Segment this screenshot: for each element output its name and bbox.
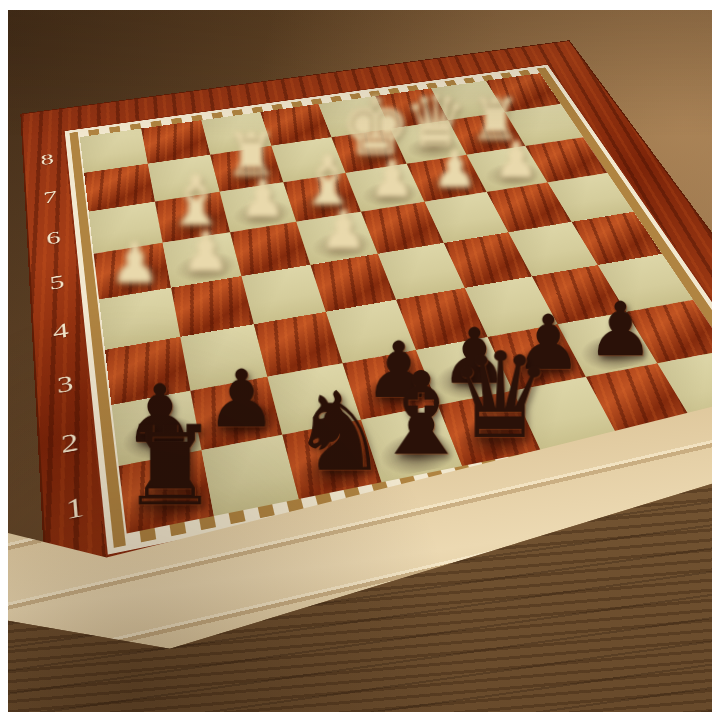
piece-white-pawn-e6: ♟ xyxy=(369,154,415,205)
square-e8 xyxy=(318,96,390,137)
square-d3 xyxy=(326,300,416,364)
square-e6: ♟ xyxy=(346,164,425,212)
piece-shadow xyxy=(100,257,172,296)
square-c8 xyxy=(201,112,271,155)
piece-white-pawn-b5: ♟ xyxy=(181,224,230,279)
piece-white-bishop-d6: ♝ xyxy=(298,147,359,215)
square-c4 xyxy=(241,265,325,324)
square-d4 xyxy=(310,254,396,312)
square-f3 xyxy=(465,276,558,337)
square-a6 xyxy=(89,202,163,254)
piece-shadow xyxy=(126,471,215,529)
piece-shadow xyxy=(416,167,487,200)
square-h2 xyxy=(626,300,712,364)
square-d7 xyxy=(271,137,345,182)
piece-shadow xyxy=(477,158,548,190)
piece-white-rook-c7: ♜ xyxy=(224,126,277,186)
square-h7 xyxy=(505,104,583,146)
rank-label-2: 2 xyxy=(45,409,97,479)
square-a8 xyxy=(80,129,148,173)
square-b3 xyxy=(180,324,267,391)
piece-shadow xyxy=(340,140,408,171)
rank-label-6: 6 xyxy=(33,214,75,263)
square-g8 xyxy=(431,81,505,121)
square-e3 xyxy=(396,288,488,350)
square-f7: ♛ xyxy=(390,120,466,163)
piece-black-pawn-g2: ♟ xyxy=(587,293,654,368)
square-a7 xyxy=(84,164,155,212)
square-g5 xyxy=(487,182,572,232)
square-b7 xyxy=(148,155,220,202)
square-g4 xyxy=(508,222,597,276)
chess-set-photo: ♜♚♛♜♝♟♝♟♟♟♟♟♟♟♟♟♟♟♟♜♞♝♛ ABCDEFGH 8765432… xyxy=(8,10,712,712)
square-f6: ♟ xyxy=(407,155,487,202)
square-f5 xyxy=(425,192,509,243)
piece-black-queen-e1: ♛ xyxy=(447,336,554,455)
square-a1: ♜ xyxy=(119,450,214,533)
rank-label-8: 8 xyxy=(28,139,67,180)
square-c2 xyxy=(267,363,361,435)
piece-black-pawn-b2: ♟ xyxy=(206,360,277,440)
square-f8 xyxy=(375,88,448,128)
piece-black-pawn-a2: ♟ xyxy=(124,374,196,455)
piece-shadow xyxy=(500,341,586,387)
square-d2: ♟ xyxy=(343,350,438,420)
square-c7: ♜ xyxy=(210,146,283,192)
square-c5 xyxy=(230,222,310,276)
piece-shadow xyxy=(399,132,467,162)
square-f2: ♟ xyxy=(488,324,586,391)
square-h3 xyxy=(598,254,693,312)
piece-white-pawn-c6: ♟ xyxy=(239,173,286,225)
square-c1: ♞ xyxy=(282,420,381,499)
piece-white-pawn-d5: ♟ xyxy=(319,203,367,257)
piece-shadow xyxy=(293,440,383,495)
square-d5: ♟ xyxy=(296,212,377,265)
piece-shadow xyxy=(353,368,438,417)
piece-black-pawn-d2: ♟ xyxy=(364,332,434,410)
piece-black-pawn-f2: ♟ xyxy=(514,305,582,381)
piece-white-pawn-f6: ♟ xyxy=(432,144,477,195)
piece-shadow xyxy=(199,396,283,447)
square-g6: ♟ xyxy=(467,146,548,192)
square-h5 xyxy=(548,173,634,222)
square-a4 xyxy=(99,288,180,350)
piece-white-rook-g7: ♜ xyxy=(470,91,521,148)
square-h4 xyxy=(572,212,662,265)
piece-shadow xyxy=(170,247,243,286)
piece-white-bishop-b6: ♝ xyxy=(165,166,227,235)
rank-labels: 87654321 xyxy=(28,139,103,548)
square-b2: ♟ xyxy=(190,377,282,450)
piece-shadow xyxy=(291,186,361,220)
piece-white-pawn-a5: ♟ xyxy=(110,236,160,292)
square-f4 xyxy=(444,232,532,288)
square-a3 xyxy=(105,337,190,405)
square-b8 xyxy=(141,120,210,163)
square-c6: ♟ xyxy=(220,182,297,232)
rank-label-1: 1 xyxy=(48,470,103,548)
square-e4 xyxy=(378,243,465,300)
square-c3 xyxy=(254,312,343,377)
piece-shadow xyxy=(355,176,426,209)
square-d8 xyxy=(260,104,331,146)
square-e5 xyxy=(361,202,444,254)
piece-shadow xyxy=(373,425,463,479)
square-h6 xyxy=(525,137,607,182)
square-b5: ♟ xyxy=(163,232,242,287)
square-b6: ♝ xyxy=(155,192,230,243)
square-h8 xyxy=(486,73,561,112)
square-e2: ♟ xyxy=(416,337,513,405)
rank-label-3: 3 xyxy=(41,353,90,417)
square-g3 xyxy=(532,265,626,324)
piece-shadow xyxy=(161,205,231,240)
piece-shadow xyxy=(571,329,657,374)
square-g2: ♟ xyxy=(558,312,658,377)
piece-white-pawn-g6: ♟ xyxy=(494,135,539,185)
piece-shadow xyxy=(305,225,378,262)
rank-label-4: 4 xyxy=(38,303,84,361)
square-d6: ♝ xyxy=(283,173,361,222)
piece-white-king-e7: ♚ xyxy=(340,87,412,167)
rank-label-5: 5 xyxy=(35,257,79,310)
piece-black-pawn-e2: ♟ xyxy=(440,319,509,396)
rank-label-7: 7 xyxy=(30,175,70,220)
piece-shadow xyxy=(428,354,514,401)
piece-shadow xyxy=(227,195,297,230)
square-a5: ♟ xyxy=(94,243,171,300)
piece-white-queen-f7: ♛ xyxy=(404,86,468,158)
square-b4 xyxy=(171,276,254,337)
piece-shadow xyxy=(217,158,284,190)
square-e7: ♚ xyxy=(331,129,406,173)
square-g7: ♜ xyxy=(448,112,525,155)
piece-shadow xyxy=(458,123,526,153)
